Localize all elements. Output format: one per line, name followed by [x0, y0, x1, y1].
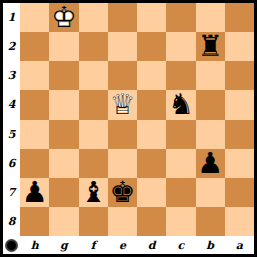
square-f8[interactable]: [79, 207, 108, 236]
square-f5[interactable]: [79, 120, 108, 149]
square-a8[interactable]: [225, 207, 254, 236]
file-label-c: c: [166, 236, 195, 254]
square-g4[interactable]: [49, 90, 78, 119]
square-d6[interactable]: [137, 149, 166, 178]
square-c6[interactable]: [166, 149, 195, 178]
square-h8[interactable]: [20, 207, 49, 236]
square-h1[interactable]: [20, 3, 49, 32]
square-g3[interactable]: [49, 61, 78, 90]
square-g7[interactable]: [49, 178, 78, 207]
square-f1[interactable]: [79, 3, 108, 32]
square-b1[interactable]: [196, 3, 225, 32]
rank-label-2: 2: [3, 32, 20, 61]
rank-label-7: 7: [3, 178, 20, 207]
square-d1[interactable]: [137, 3, 166, 32]
square-f3[interactable]: [79, 61, 108, 90]
square-h4[interactable]: [20, 90, 49, 119]
rank-label-8: 8: [3, 207, 20, 236]
square-d4[interactable]: [137, 90, 166, 119]
rank-label-3: 3: [3, 61, 20, 90]
square-d3[interactable]: [137, 61, 166, 90]
board-with-coordinates: 1♚♔2♜34♛♕♞56♟7♟♝♚8hgfedcba: [3, 3, 254, 254]
square-h6[interactable]: [20, 149, 49, 178]
square-b2[interactable]: ♜: [196, 32, 225, 61]
square-a4[interactable]: [225, 90, 254, 119]
square-b8[interactable]: [196, 207, 225, 236]
square-b5[interactable]: [196, 120, 225, 149]
rank-label-5: 5: [3, 120, 20, 149]
black-knight[interactable]: ♞: [166, 90, 195, 119]
square-a6[interactable]: [225, 149, 254, 178]
square-e1[interactable]: [108, 3, 137, 32]
square-g6[interactable]: [49, 149, 78, 178]
square-e5[interactable]: [108, 120, 137, 149]
square-e8[interactable]: [108, 207, 137, 236]
square-e3[interactable]: [108, 61, 137, 90]
file-label-a: a: [225, 236, 254, 254]
square-h2[interactable]: [20, 32, 49, 61]
square-b7[interactable]: [196, 178, 225, 207]
black-pawn[interactable]: ♟: [20, 178, 49, 207]
square-g8[interactable]: [49, 207, 78, 236]
square-g1[interactable]: ♚♔: [49, 3, 78, 32]
square-d5[interactable]: [137, 120, 166, 149]
chess-diagram: 1♚♔2♜34♛♕♞56♟7♟♝♚8hgfedcba: [0, 0, 257, 257]
white-king[interactable]: ♔: [49, 3, 78, 32]
square-a7[interactable]: [225, 178, 254, 207]
square-f7[interactable]: ♝: [79, 178, 108, 207]
square-c5[interactable]: [166, 120, 195, 149]
square-c2[interactable]: [166, 32, 195, 61]
square-b3[interactable]: [196, 61, 225, 90]
square-g2[interactable]: [49, 32, 78, 61]
square-e7[interactable]: ♚: [108, 178, 137, 207]
square-f2[interactable]: [79, 32, 108, 61]
turn-indicator-cell: [3, 236, 20, 254]
rank-label-4: 4: [3, 90, 20, 119]
square-f6[interactable]: [79, 149, 108, 178]
square-a1[interactable]: [225, 3, 254, 32]
square-f4[interactable]: [79, 90, 108, 119]
file-label-b: b: [196, 236, 225, 254]
square-c7[interactable]: [166, 178, 195, 207]
square-a5[interactable]: [225, 120, 254, 149]
square-c3[interactable]: [166, 61, 195, 90]
square-b6[interactable]: ♟: [196, 149, 225, 178]
square-a3[interactable]: [225, 61, 254, 90]
square-c4[interactable]: ♞: [166, 90, 195, 119]
square-h7[interactable]: ♟: [20, 178, 49, 207]
black-king[interactable]: ♚: [108, 178, 137, 207]
black-rook[interactable]: ♜: [196, 32, 225, 61]
square-d8[interactable]: [137, 207, 166, 236]
black-pawn[interactable]: ♟: [196, 149, 225, 178]
square-e4[interactable]: ♛♕: [108, 90, 137, 119]
square-e2[interactable]: [108, 32, 137, 61]
square-a2[interactable]: [225, 32, 254, 61]
square-d7[interactable]: [137, 178, 166, 207]
square-e6[interactable]: [108, 149, 137, 178]
square-h5[interactable]: [20, 120, 49, 149]
file-label-f: f: [79, 236, 108, 254]
black-to-move-indicator: [5, 239, 18, 252]
rank-label-6: 6: [3, 149, 20, 178]
white-queen[interactable]: ♕: [108, 90, 137, 119]
square-c8[interactable]: [166, 207, 195, 236]
square-g5[interactable]: [49, 120, 78, 149]
square-d2[interactable]: [137, 32, 166, 61]
file-label-h: h: [20, 236, 49, 254]
rank-label-1: 1: [3, 3, 20, 32]
file-label-g: g: [49, 236, 78, 254]
file-label-e: e: [108, 236, 137, 254]
square-h3[interactable]: [20, 61, 49, 90]
black-bishop[interactable]: ♝: [79, 178, 108, 207]
square-b4[interactable]: [196, 90, 225, 119]
file-label-d: d: [137, 236, 166, 254]
square-c1[interactable]: [166, 3, 195, 32]
